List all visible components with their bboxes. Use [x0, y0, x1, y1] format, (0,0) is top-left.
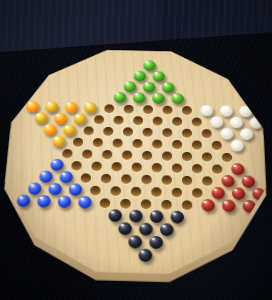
white-marble[interactable] — [240, 128, 253, 140]
board-hole — [124, 105, 134, 114]
board-cell — [93, 137, 104, 149]
board-cell — [172, 186, 182, 199]
board-hole — [152, 139, 162, 148]
board-cell — [241, 129, 251, 141]
green-marble[interactable] — [132, 92, 145, 103]
board-hole — [212, 165, 222, 174]
green-marble[interactable] — [113, 92, 126, 103]
board-hole — [121, 174, 131, 184]
board-cell — [141, 198, 152, 211]
white-marble[interactable] — [229, 117, 242, 129]
chinese-checkers-board — [0, 45, 272, 281]
board-hole — [163, 105, 173, 114]
board-cell — [60, 172, 71, 184]
board-hole — [120, 199, 131, 209]
black-marble[interactable] — [108, 209, 122, 222]
yellow-marble[interactable] — [53, 112, 67, 124]
white-marble[interactable] — [200, 105, 213, 116]
board-cell — [55, 113, 66, 125]
board-hole — [202, 129, 212, 138]
board-cell — [35, 112, 46, 124]
board-cell — [161, 224, 172, 237]
board-cell — [163, 104, 173, 115]
board-cell — [119, 223, 130, 236]
board-cell — [192, 116, 202, 128]
board-cell — [79, 197, 90, 210]
green-marble[interactable] — [152, 92, 165, 103]
board-hole — [90, 186, 101, 196]
red-marble[interactable] — [211, 187, 225, 200]
board-hole — [71, 161, 82, 170]
board-cell — [192, 187, 202, 200]
board-cell — [134, 71, 144, 82]
board-hole — [131, 187, 141, 197]
board-cell — [222, 151, 232, 163]
board-cell — [139, 250, 150, 264]
board-cell — [172, 93, 182, 104]
board-hole — [222, 153, 232, 162]
board-cell — [40, 171, 51, 183]
board-cell — [51, 159, 62, 171]
board-cell — [112, 137, 122, 149]
board-hole — [81, 173, 92, 183]
red-marble[interactable] — [231, 163, 244, 175]
board-cell — [243, 176, 254, 189]
board-cell — [231, 117, 241, 129]
board-hole — [182, 152, 192, 161]
yellow-marble[interactable] — [25, 101, 39, 112]
board-cell — [123, 126, 133, 138]
white-marble[interactable] — [249, 117, 262, 129]
green-marble[interactable] — [152, 71, 165, 82]
board-cell — [140, 223, 151, 236]
board-cell — [161, 199, 171, 212]
black-marble[interactable] — [149, 236, 163, 249]
yellow-marble[interactable] — [51, 135, 65, 147]
board-cell — [144, 60, 154, 71]
board-hole — [133, 116, 143, 125]
board-cell — [202, 175, 212, 187]
board-hole — [162, 175, 172, 185]
board-cell — [151, 186, 161, 199]
black-marble[interactable] — [118, 222, 132, 235]
board-cell — [94, 114, 104, 126]
board-cell — [144, 82, 154, 93]
board-cell — [162, 127, 172, 139]
board-hole — [82, 150, 92, 159]
yellow-marble[interactable] — [44, 101, 57, 112]
board-cell — [232, 164, 242, 176]
board-cell — [100, 197, 111, 210]
board-cell — [69, 184, 80, 197]
board-cell — [133, 115, 143, 127]
board-hole — [182, 106, 192, 115]
blue-marble[interactable] — [38, 171, 52, 183]
board-cell — [26, 101, 37, 112]
board-cell — [192, 139, 202, 151]
board-cell — [153, 115, 163, 127]
board-cell — [172, 116, 182, 128]
board-hole — [123, 127, 133, 136]
board-hole — [73, 138, 83, 147]
board-cell — [211, 117, 221, 129]
yellow-marble[interactable] — [64, 101, 77, 112]
board-cell — [121, 173, 132, 185]
board-cell — [152, 162, 162, 174]
board-cell — [90, 184, 101, 197]
board-cell — [182, 151, 192, 163]
board-hole — [143, 128, 153, 137]
board-cell — [212, 140, 222, 152]
board-hole — [141, 200, 151, 210]
board-cell — [62, 148, 73, 160]
black-marble[interactable] — [170, 211, 184, 224]
board-cell — [113, 114, 123, 126]
white-marble[interactable] — [219, 105, 232, 116]
board-hole — [110, 186, 121, 196]
board-cell — [221, 105, 231, 116]
board-hole — [172, 164, 182, 173]
board-hole — [152, 163, 162, 172]
black-marble[interactable] — [159, 223, 173, 236]
board-cell — [141, 173, 151, 185]
board-cell — [104, 103, 114, 114]
black-marble[interactable] — [128, 236, 142, 249]
board-hole — [83, 126, 93, 135]
board-cell — [17, 195, 28, 208]
green-marble[interactable] — [161, 82, 174, 93]
board-cell — [250, 117, 260, 129]
black-marble[interactable] — [149, 210, 163, 223]
board-cell — [153, 71, 163, 82]
yellow-marble[interactable] — [62, 124, 76, 136]
green-marble[interactable] — [123, 81, 136, 92]
board-cell — [58, 196, 69, 209]
board-cell — [150, 237, 161, 250]
board-cell — [182, 199, 192, 212]
black-marble[interactable] — [138, 249, 152, 263]
board-cell — [44, 124, 55, 136]
board-hole — [161, 200, 171, 210]
board-cell — [124, 103, 134, 114]
board-cell — [82, 148, 93, 160]
board-cell — [152, 138, 162, 150]
board-cell — [91, 160, 102, 172]
board-hole — [192, 188, 202, 198]
board-hole — [141, 175, 151, 185]
board-cell — [172, 162, 182, 174]
board-hole — [202, 152, 212, 161]
board-cell — [110, 185, 121, 198]
board-cell — [182, 127, 192, 139]
board-cell — [122, 149, 132, 161]
board-cell — [212, 163, 222, 175]
black-marble[interactable] — [128, 210, 142, 223]
board-cell — [101, 173, 112, 185]
blue-marble[interactable] — [68, 184, 82, 197]
blue-marble[interactable] — [57, 196, 71, 209]
board-hole — [143, 105, 153, 114]
board-cell — [120, 198, 131, 211]
board-cell — [202, 128, 212, 140]
board-cell — [74, 113, 84, 125]
green-marble[interactable] — [143, 60, 156, 71]
board-hole — [122, 150, 132, 159]
board-hole — [151, 187, 161, 197]
green-marble[interactable] — [142, 81, 155, 92]
board-cell — [143, 104, 153, 115]
board-cell — [109, 210, 120, 223]
board-cell — [182, 105, 192, 116]
board-cell — [65, 102, 75, 113]
board-cell — [111, 161, 122, 173]
board-cell — [143, 126, 153, 138]
white-marble[interactable] — [220, 128, 233, 140]
board-cell — [192, 163, 202, 175]
board-cell — [134, 92, 144, 103]
board-cell — [162, 174, 172, 186]
board-cell — [222, 175, 232, 187]
board-cell — [114, 92, 124, 103]
board-hole — [111, 162, 121, 171]
board-cell — [151, 211, 162, 224]
board-hole — [91, 162, 102, 171]
red-marble[interactable] — [201, 199, 215, 212]
white-marble[interactable] — [239, 105, 252, 117]
board-hole — [192, 140, 202, 149]
blue-marble[interactable] — [36, 195, 50, 208]
board-cell — [132, 138, 142, 150]
board-cell — [71, 160, 82, 172]
blue-marble[interactable] — [27, 183, 41, 196]
board-cell — [53, 136, 64, 148]
board-hole — [172, 140, 182, 149]
board-cell — [240, 106, 250, 117]
board-hole — [153, 116, 163, 125]
board-cell — [129, 236, 140, 249]
board-cell — [153, 93, 163, 104]
green-marble[interactable] — [171, 93, 184, 104]
board-cell — [233, 188, 244, 201]
red-marble[interactable] — [231, 187, 245, 200]
yellow-marble[interactable] — [73, 113, 86, 125]
board-cell — [102, 149, 113, 161]
board-hole — [112, 139, 122, 148]
board-hole — [93, 138, 103, 147]
board-cell — [132, 161, 142, 173]
black-marble[interactable] — [139, 223, 153, 236]
blue-marble[interactable] — [77, 196, 91, 209]
white-marble[interactable] — [230, 140, 243, 152]
board-cell — [264, 201, 272, 214]
board-cell — [163, 82, 173, 93]
board-hole — [172, 117, 182, 126]
board-cell — [182, 174, 192, 186]
board-cell — [103, 125, 113, 137]
blue-marble[interactable] — [48, 183, 62, 196]
board-cell — [201, 105, 211, 116]
board-hole — [103, 127, 113, 136]
board-cell — [202, 151, 212, 163]
board-hole — [192, 164, 202, 173]
board-cell — [202, 200, 212, 213]
board-hole — [162, 151, 172, 160]
board-cell — [83, 125, 93, 137]
yellow-marble[interactable] — [43, 124, 57, 136]
board-cell — [162, 150, 172, 162]
board-cell — [73, 136, 84, 148]
board-hole — [182, 176, 192, 186]
board-hole — [162, 128, 172, 137]
board-hole — [212, 141, 222, 150]
board-cell — [38, 196, 49, 209]
white-marble[interactable] — [210, 116, 223, 128]
blue-marble[interactable] — [50, 159, 64, 171]
board-cell — [212, 187, 222, 200]
photo-scene — [0, 0, 272, 300]
board-grid — [12, 58, 254, 266]
board-cell — [80, 172, 91, 184]
board-hole — [62, 149, 73, 158]
board-hole — [101, 174, 112, 184]
green-marble[interactable] — [133, 70, 146, 81]
board-cell — [142, 150, 152, 162]
board-hole — [132, 139, 142, 148]
yellow-marble[interactable] — [34, 112, 48, 124]
board-cell — [231, 140, 241, 152]
board-hole — [113, 116, 123, 125]
red-marble[interactable] — [241, 175, 255, 188]
board-hole — [192, 117, 202, 126]
board-hole — [182, 201, 192, 211]
board-cell — [124, 81, 134, 92]
board-cell — [221, 128, 231, 140]
red-marble[interactable] — [221, 175, 234, 188]
board-cell — [64, 124, 75, 136]
board-hole — [104, 104, 114, 113]
board-hole — [202, 176, 212, 186]
red-marble[interactable] — [262, 201, 272, 214]
board-cell — [172, 211, 182, 224]
red-marble[interactable] — [221, 200, 235, 213]
board-hole — [132, 163, 142, 172]
board-hole — [264, 203, 272, 213]
blue-marble[interactable] — [59, 171, 73, 183]
board-cell — [172, 139, 182, 151]
board-hole — [102, 150, 112, 159]
board-cell — [49, 184, 60, 197]
board-hole — [100, 199, 111, 209]
board-hole — [172, 188, 182, 198]
board-hole — [182, 129, 192, 138]
board-cell — [85, 102, 95, 113]
board-hole — [142, 151, 152, 160]
board-cell — [223, 200, 234, 213]
yellow-marble[interactable] — [83, 102, 96, 113]
board-cell — [130, 210, 141, 223]
board-cell — [131, 185, 142, 198]
board-cell — [29, 183, 40, 196]
board-cell — [46, 101, 57, 112]
board-hole — [94, 115, 104, 124]
